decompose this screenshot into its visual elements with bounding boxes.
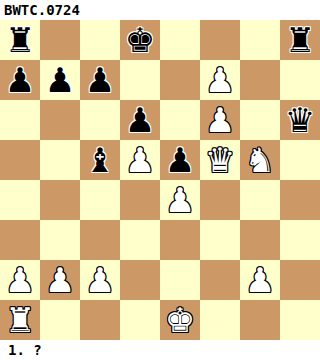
- square-f4[interactable]: [200, 180, 240, 220]
- white-pawn-icon: ♟: [85, 260, 115, 300]
- square-d3[interactable]: [120, 220, 160, 260]
- window-title: BWTC.0724: [0, 0, 320, 20]
- square-f3[interactable]: [200, 220, 240, 260]
- square-e4[interactable]: ♟: [160, 180, 200, 220]
- square-e6[interactable]: [160, 100, 200, 140]
- white-pawn-icon: ♟: [5, 260, 35, 300]
- square-d6[interactable]: ♟: [120, 100, 160, 140]
- square-c5[interactable]: ♝: [80, 140, 120, 180]
- square-c8[interactable]: [80, 20, 120, 60]
- square-d7[interactable]: [120, 60, 160, 100]
- black-bishop-icon: ♝: [85, 140, 115, 180]
- black-queen-icon: ♛: [285, 100, 315, 140]
- white-rook-icon: ♜: [5, 300, 35, 340]
- square-e8[interactable]: [160, 20, 200, 60]
- square-g4[interactable]: [240, 180, 280, 220]
- white-pawn-icon: ♟: [205, 60, 235, 100]
- square-a5[interactable]: [0, 140, 40, 180]
- square-h4[interactable]: [280, 180, 320, 220]
- square-a7[interactable]: ♟: [0, 60, 40, 100]
- square-d4[interactable]: [120, 180, 160, 220]
- black-pawn-icon: ♟: [165, 140, 195, 180]
- square-c3[interactable]: [80, 220, 120, 260]
- square-f5[interactable]: ♛: [200, 140, 240, 180]
- black-pawn-icon: ♟: [45, 60, 75, 100]
- white-pawn-icon: ♟: [245, 260, 275, 300]
- square-b3[interactable]: [40, 220, 80, 260]
- square-c1[interactable]: [80, 300, 120, 340]
- square-a2[interactable]: ♟: [0, 260, 40, 300]
- black-rook-icon: ♜: [285, 20, 315, 60]
- square-c7[interactable]: ♟: [80, 60, 120, 100]
- square-h8[interactable]: ♜: [280, 20, 320, 60]
- square-b6[interactable]: [40, 100, 80, 140]
- square-g5[interactable]: ♞: [240, 140, 280, 180]
- square-f8[interactable]: [200, 20, 240, 60]
- black-rook-icon: ♜: [5, 20, 35, 60]
- white-pawn-icon: ♟: [45, 260, 75, 300]
- square-e7[interactable]: [160, 60, 200, 100]
- square-c4[interactable]: [80, 180, 120, 220]
- square-c6[interactable]: [80, 100, 120, 140]
- square-h6[interactable]: ♛: [280, 100, 320, 140]
- square-h3[interactable]: [280, 220, 320, 260]
- white-pawn-icon: ♟: [125, 140, 155, 180]
- square-b8[interactable]: [40, 20, 80, 60]
- square-g6[interactable]: [240, 100, 280, 140]
- square-b1[interactable]: [40, 300, 80, 340]
- white-knight-icon: ♞: [245, 140, 275, 180]
- square-f7[interactable]: ♟: [200, 60, 240, 100]
- square-e2[interactable]: [160, 260, 200, 300]
- black-pawn-icon: ♟: [85, 60, 115, 100]
- square-b7[interactable]: ♟: [40, 60, 80, 100]
- square-g7[interactable]: [240, 60, 280, 100]
- square-e3[interactable]: [160, 220, 200, 260]
- white-queen-icon: ♛: [205, 140, 235, 180]
- black-king-icon: ♚: [125, 20, 155, 60]
- black-pawn-icon: ♟: [5, 60, 35, 100]
- square-b2[interactable]: ♟: [40, 260, 80, 300]
- square-d1[interactable]: [120, 300, 160, 340]
- square-f6[interactable]: ♟: [200, 100, 240, 140]
- white-king-icon: ♚: [165, 300, 195, 340]
- square-h7[interactable]: [280, 60, 320, 100]
- square-a1[interactable]: ♜: [0, 300, 40, 340]
- square-g1[interactable]: [240, 300, 280, 340]
- chess-board: ♜♚♜♟♟♟♟♟♟♛♝♟♟♛♞♟♟♟♟♟♜♚: [0, 20, 320, 340]
- square-h2[interactable]: [280, 260, 320, 300]
- square-a4[interactable]: [0, 180, 40, 220]
- black-pawn-icon: ♟: [125, 100, 155, 140]
- square-g2[interactable]: ♟: [240, 260, 280, 300]
- square-h1[interactable]: [280, 300, 320, 340]
- square-f2[interactable]: [200, 260, 240, 300]
- square-e1[interactable]: ♚: [160, 300, 200, 340]
- white-pawn-icon: ♟: [205, 100, 235, 140]
- white-pawn-icon: ♟: [165, 180, 195, 220]
- square-f1[interactable]: [200, 300, 240, 340]
- square-a3[interactable]: [0, 220, 40, 260]
- square-b5[interactable]: [40, 140, 80, 180]
- square-e5[interactable]: ♟: [160, 140, 200, 180]
- square-b4[interactable]: [40, 180, 80, 220]
- square-d8[interactable]: ♚: [120, 20, 160, 60]
- square-a6[interactable]: [0, 100, 40, 140]
- square-g3[interactable]: [240, 220, 280, 260]
- square-a8[interactable]: ♜: [0, 20, 40, 60]
- square-d5[interactable]: ♟: [120, 140, 160, 180]
- square-g8[interactable]: [240, 20, 280, 60]
- square-d2[interactable]: [120, 260, 160, 300]
- square-h5[interactable]: [280, 140, 320, 180]
- square-c2[interactable]: ♟: [80, 260, 120, 300]
- move-prompt: 1. ?: [0, 340, 320, 360]
